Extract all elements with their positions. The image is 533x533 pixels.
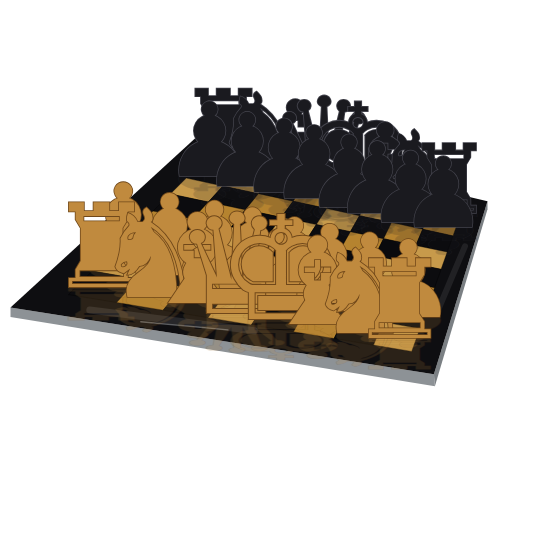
chess-pieces: ♜♞♟♝♛♟♟♚♟♝♞♟♟♜♟♟♟♟♟♜♟♟♞♟♝♟♛♟♚♝♞♜ bbox=[50, 69, 492, 364]
chessboard-3d-scene: ♜♞♟♝♛♟♟♚♟♝♞♟♟♜♟♟♟♟♟♜♟♟♞♟♝♟♛♟♚♝♞♜ ♜♞♟♝♛♟♟… bbox=[0, 0, 533, 533]
chess-set-product-photo: ♜♞♟♝♛♟♟♚♟♝♞♟♟♜♟♟♟♟♟♜♟♟♞♟♝♟♛♟♚♝♞♜ ♜♞♟♝♛♟♟… bbox=[0, 0, 533, 533]
piece-white-rook-h1[interactable]: ♜ bbox=[351, 237, 449, 364]
